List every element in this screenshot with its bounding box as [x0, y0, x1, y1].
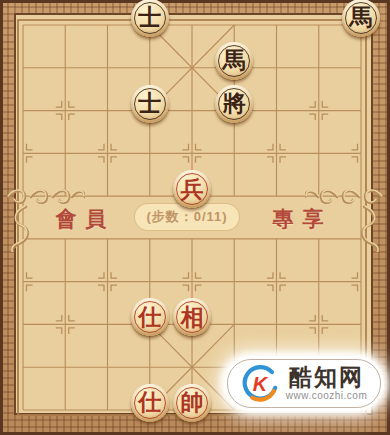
piece-black-advisor[interactable]: 士	[131, 0, 169, 37]
piece-glyph: 仕	[131, 384, 169, 422]
piece-red-advisor[interactable]: 仕	[131, 384, 169, 422]
piece-red-soldier[interactable]: 兵	[173, 170, 211, 208]
piece-black-horse[interactable]: 馬	[342, 0, 380, 37]
xiangqi-app-screen: 會員 (步数：0/11) 專享 士馬馬士將兵仕相仕帥 K 酷知网 www.coo…	[0, 0, 390, 435]
river-member-label: 會員	[47, 205, 116, 233]
watermark-site-name: 酷知网	[289, 366, 364, 389]
piece-red-elephant[interactable]: 相	[173, 298, 211, 336]
piece-black-horse[interactable]: 馬	[215, 42, 253, 80]
piece-glyph: 馬	[215, 42, 253, 80]
logo-letter: K	[253, 373, 269, 395]
piece-black-general[interactable]: 將	[215, 85, 253, 123]
watermark: K 酷知网 www.coozhi.com	[224, 356, 384, 411]
piece-glyph: 將	[215, 85, 253, 123]
steps-counter-text: (步数：0/11)	[146, 208, 227, 226]
coozhi-logo-icon: K	[241, 365, 279, 403]
piece-glyph: 帥	[173, 384, 211, 422]
piece-red-advisor[interactable]: 仕	[131, 298, 169, 336]
piece-red-general[interactable]: 帥	[173, 384, 211, 422]
piece-black-advisor[interactable]: 士	[131, 85, 169, 123]
piece-glyph: 士	[131, 85, 169, 123]
piece-glyph: 相	[173, 298, 211, 336]
piece-glyph: 仕	[131, 298, 169, 336]
piece-glyph: 士	[131, 0, 169, 37]
piece-glyph: 兵	[173, 170, 211, 208]
piece-glyph: 馬	[342, 0, 380, 37]
river-exclusive-label: 專享	[264, 205, 333, 233]
watermark-site-url: www.coozhi.com	[286, 391, 367, 401]
